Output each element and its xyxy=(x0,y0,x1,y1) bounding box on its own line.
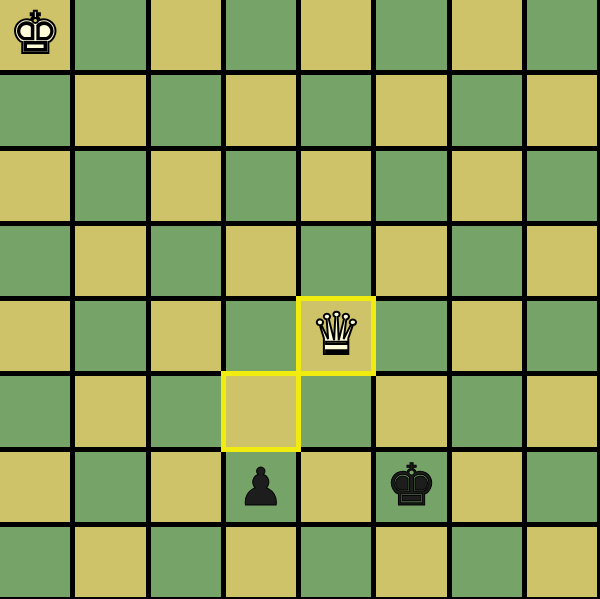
square-c5[interactable] xyxy=(151,226,221,296)
square-h4[interactable] xyxy=(527,301,597,371)
square-h1[interactable] xyxy=(527,527,597,597)
square-d4[interactable] xyxy=(226,301,296,371)
square-e2[interactable] xyxy=(301,452,371,522)
square-d5[interactable] xyxy=(226,226,296,296)
square-h2[interactable] xyxy=(527,452,597,522)
white-king[interactable]: ♚ xyxy=(9,4,61,62)
square-a2[interactable] xyxy=(0,452,70,522)
square-h3[interactable] xyxy=(527,376,597,446)
square-g4[interactable] xyxy=(452,301,522,371)
black-pawn[interactable]: ♟ xyxy=(238,461,285,513)
square-c8[interactable] xyxy=(151,0,221,70)
square-c4[interactable] xyxy=(151,301,221,371)
square-e6[interactable] xyxy=(301,151,371,221)
square-e4[interactable]: ♛ xyxy=(301,301,371,371)
white-queen[interactable]: ♛ xyxy=(310,305,362,363)
square-f4[interactable] xyxy=(376,301,446,371)
square-b4[interactable] xyxy=(75,301,145,371)
square-g3[interactable] xyxy=(452,376,522,446)
square-f2[interactable]: ♚ xyxy=(376,452,446,522)
square-g2[interactable] xyxy=(452,452,522,522)
square-f8[interactable] xyxy=(376,0,446,70)
square-d7[interactable] xyxy=(226,75,296,145)
square-b3[interactable] xyxy=(75,376,145,446)
square-a6[interactable] xyxy=(0,151,70,221)
square-b6[interactable] xyxy=(75,151,145,221)
square-a4[interactable] xyxy=(0,301,70,371)
square-c2[interactable] xyxy=(151,452,221,522)
square-b8[interactable] xyxy=(75,0,145,70)
square-g1[interactable] xyxy=(452,527,522,597)
square-b7[interactable] xyxy=(75,75,145,145)
square-h6[interactable] xyxy=(527,151,597,221)
square-f3[interactable] xyxy=(376,376,446,446)
square-a5[interactable] xyxy=(0,226,70,296)
square-c6[interactable] xyxy=(151,151,221,221)
square-a7[interactable] xyxy=(0,75,70,145)
square-d8[interactable] xyxy=(226,0,296,70)
square-f7[interactable] xyxy=(376,75,446,145)
square-f6[interactable] xyxy=(376,151,446,221)
square-b1[interactable] xyxy=(75,527,145,597)
square-c1[interactable] xyxy=(151,527,221,597)
black-king[interactable]: ♚ xyxy=(385,456,437,514)
square-b5[interactable] xyxy=(75,226,145,296)
square-h8[interactable] xyxy=(527,0,597,70)
square-d3[interactable] xyxy=(226,376,296,446)
square-f1[interactable] xyxy=(376,527,446,597)
square-f5[interactable] xyxy=(376,226,446,296)
square-e8[interactable] xyxy=(301,0,371,70)
square-a3[interactable] xyxy=(0,376,70,446)
square-g6[interactable] xyxy=(452,151,522,221)
square-g8[interactable] xyxy=(452,0,522,70)
square-d1[interactable] xyxy=(226,527,296,597)
square-e5[interactable] xyxy=(301,226,371,296)
square-e7[interactable] xyxy=(301,75,371,145)
square-g5[interactable] xyxy=(452,226,522,296)
square-d2[interactable]: ♟ xyxy=(226,452,296,522)
square-e3[interactable] xyxy=(301,376,371,446)
square-c7[interactable] xyxy=(151,75,221,145)
square-e1[interactable] xyxy=(301,527,371,597)
chess-board: ♚♛♟♚ xyxy=(0,0,600,599)
square-c3[interactable] xyxy=(151,376,221,446)
square-h5[interactable] xyxy=(527,226,597,296)
square-d6[interactable] xyxy=(226,151,296,221)
square-a1[interactable] xyxy=(0,527,70,597)
square-a8[interactable]: ♚ xyxy=(0,0,70,70)
square-g7[interactable] xyxy=(452,75,522,145)
square-h7[interactable] xyxy=(527,75,597,145)
square-b2[interactable] xyxy=(75,452,145,522)
